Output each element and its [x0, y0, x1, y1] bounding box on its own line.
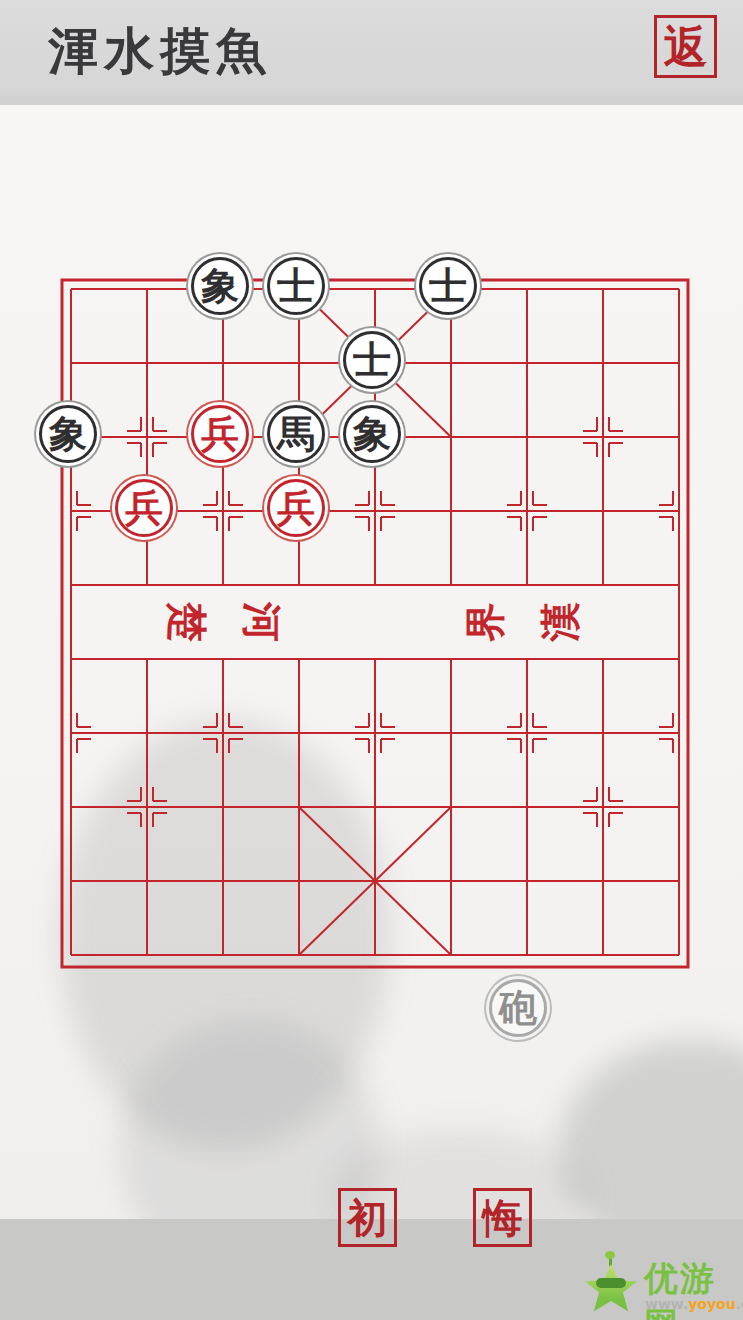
piece-glyph: 馬 [277, 415, 315, 453]
piece-black-advisor-1[interactable]: 士 [267, 257, 325, 315]
piece-red-soldier-3[interactable]: 兵 [267, 479, 325, 537]
piece-glyph: 兵 [277, 489, 315, 527]
yoyou-watermark: 优游网 www.yoyou.com [584, 1250, 740, 1316]
piece-glyph: 兵 [125, 489, 163, 527]
piece-glyph: 象 [49, 415, 87, 453]
river-label-chu: 楚 [163, 598, 211, 646]
yoyou-site-url: www.yoyou.com [645, 1296, 743, 1312]
piece-black-horse-1[interactable]: 馬 [267, 405, 325, 463]
back-button[interactable]: 返 [654, 15, 717, 78]
header-bar: 渾水摸魚 返 [0, 0, 743, 105]
piece-red-soldier-2[interactable]: 兵 [115, 479, 173, 537]
river-label-jie: 界 [461, 598, 509, 646]
reset-button[interactable]: 初 [338, 1188, 397, 1247]
piece-glyph: 兵 [201, 415, 239, 453]
piece-black-elephant-3[interactable]: 象 [343, 405, 401, 463]
piece-black-advisor-2[interactable]: 士 [419, 257, 477, 315]
piece-black-advisor-3[interactable]: 士 [343, 331, 401, 389]
piece-black-elephant-2[interactable]: 象 [39, 405, 97, 463]
piece-glyph: 士 [277, 267, 315, 305]
yoyou-mascot-icon [584, 1256, 638, 1314]
piece-glyph: 象 [201, 267, 239, 305]
river-label-han: 漢 [536, 598, 584, 646]
piece-glyph: 士 [429, 267, 467, 305]
piece-glyph: 士 [353, 341, 391, 379]
undo-button[interactable]: 悔 [473, 1188, 532, 1247]
piece-glyph: 象 [353, 415, 391, 453]
river-label-he: 河 [238, 598, 286, 646]
piece-red-soldier-1[interactable]: 兵 [191, 405, 249, 463]
piece-ghost-cannon[interactable]: 砲 [489, 979, 547, 1037]
piece-black-elephant-1[interactable]: 象 [191, 257, 249, 315]
ghost-cannon-glyph: 砲 [499, 989, 537, 1027]
page-title: 渾水摸魚 [48, 18, 272, 85]
